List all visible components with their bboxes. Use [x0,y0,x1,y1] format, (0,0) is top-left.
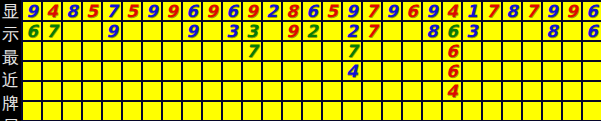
grid-cell: 6 [443,42,461,60]
grid-cell [243,82,261,100]
grid-cell [283,102,301,120]
grid-cell [343,102,361,120]
grid-cell: 9 [343,2,361,20]
board-title-vertical: 显 示 最 近 牌 局 [0,0,21,121]
grid-cell [423,82,441,100]
grid-cell [563,82,581,100]
grid-cell [63,42,81,60]
grid-cell [423,62,441,80]
grid-cell [323,42,341,60]
grid-cell [503,42,521,60]
grid-cell [103,62,121,80]
grid-cell [303,62,321,80]
grid-cell [183,42,201,60]
grid-cell: 9 [103,22,121,40]
grid-cell [263,22,281,40]
grid-cell [383,82,401,100]
grid-cell [383,102,401,120]
grid-cell [83,82,101,100]
grid-cell: 6 [23,22,41,40]
grid-cell [223,102,241,120]
grid-cell [223,62,241,80]
grid-cell [303,102,321,120]
grid-cell [243,102,261,120]
grid-cell [403,62,421,80]
grid-cell [123,42,141,60]
grid-cell [343,82,361,100]
grid-cell [163,102,181,120]
grid-cell: 4 [443,82,461,100]
grid-cell [23,102,41,120]
grid-cell: 7 [523,2,541,20]
grid-cell [483,62,501,80]
grid-cell: 9 [183,22,201,40]
grid-cell [183,102,201,120]
grid-cell [503,82,521,100]
grid-cell [583,102,601,120]
grid-cell [83,102,101,120]
grid-cell [283,42,301,60]
grid-cell: 7 [483,2,501,20]
grid-cell: 7 [243,42,261,60]
grid-cell: 6 [183,2,201,20]
grid-cell: 9 [203,2,221,20]
grid-cell: 7 [363,2,381,20]
grid-cell [483,82,501,100]
grid-cell [443,102,461,120]
grid-cell [183,82,201,100]
grid-cell [263,82,281,100]
grid-cell [563,22,581,40]
grid-cell [543,102,561,120]
grid-cell [143,42,161,60]
grid-cell [563,42,581,60]
grid-cell [283,62,301,80]
title-char: 近 [0,69,21,92]
grid-cell [583,42,601,60]
grid-cell: 5 [123,2,141,20]
grid-cell: 6 [223,2,241,20]
grid-cell: 8 [423,22,441,40]
grid-cell [543,82,561,100]
grid-cell: 7 [103,2,121,20]
grid-cell [503,22,521,40]
grid-cell [403,102,421,120]
grid-cell: 9 [23,2,41,20]
grid-cell [523,102,541,120]
grid-cell [223,42,241,60]
grid-cell [163,42,181,60]
title-char: 最 [0,46,21,69]
grid-cell [83,62,101,80]
grid-cell: 6 [443,22,461,40]
grid-cell: 7 [43,22,61,40]
grid-cell [183,62,201,80]
grid-cell: 6 [403,2,421,20]
grid-cell: 9 [543,2,561,20]
grid-cell [483,22,501,40]
grid-cell [323,62,341,80]
grid-cell [143,22,161,40]
grid-cell [143,102,161,120]
grid-cell [103,82,121,100]
grid-cell [43,42,61,60]
grid-cell: 8 [283,2,301,20]
grid-cell [283,82,301,100]
grid-cell [423,42,441,60]
grid-cell: 6 [303,2,321,20]
grid-cell: 1 [463,2,481,20]
recent-games-board: 显 示 最 近 牌 局 9485759969692865979694178799… [0,0,601,121]
grid-cell [103,102,121,120]
grid-cell [63,22,81,40]
grid-cell: 3 [463,22,481,40]
grid-cell: 8 [543,22,561,40]
grid-cell: 9 [383,2,401,20]
grid-cell [163,22,181,40]
grid-cell: 9 [243,2,261,20]
grid-cell [463,62,481,80]
grid-cell [83,22,101,40]
grid-cell [363,62,381,80]
grid-cell [123,22,141,40]
grid-cell [143,82,161,100]
grid-cell [123,102,141,120]
grid-cell: 5 [83,2,101,20]
grid-cell [143,62,161,80]
grid-cell: 3 [223,22,241,40]
grid-cell [23,42,41,60]
grid-cell [563,102,581,120]
grid-cell [123,82,141,100]
grid-cell: 6 [583,22,601,40]
grid-cell [263,42,281,60]
grid-cell [263,62,281,80]
grid-cell [123,62,141,80]
grid-cell [503,62,521,80]
grid-cell [163,62,181,80]
grid-cell: 2 [343,22,361,40]
title-char: 局 [0,115,21,121]
grid-cell [523,82,541,100]
grid-cell [203,62,221,80]
grid-cell [323,82,341,100]
grid-cell [383,62,401,80]
grid-cell: 9 [423,2,441,20]
grid-cell [523,22,541,40]
grid-cell [303,42,321,60]
grid-cell [63,82,81,100]
grid-cell [323,22,341,40]
grid-cell [383,22,401,40]
grid-cell [263,102,281,120]
grid-cell [203,42,221,60]
grid-cell: 8 [503,2,521,20]
grid-cell [243,62,261,80]
grid-cell: 9 [563,2,581,20]
grid-cell [563,62,581,80]
grid-cell [523,62,541,80]
grid-cell [303,82,321,100]
grid-cell: 4 [43,2,61,20]
grid-cell [323,102,341,120]
grid-cell [403,22,421,40]
title-char: 示 [0,23,21,46]
grid-cell [423,102,441,120]
grid-cell: 8 [63,2,81,20]
grid-cell [103,42,121,60]
grid-cell [403,42,421,60]
grid-cell [383,42,401,60]
grid-cell [43,62,61,80]
grid-cell: 5 [323,2,341,20]
grid-cell [23,62,41,80]
grid-cell [63,62,81,80]
grid-cell: 2 [263,2,281,20]
grid-cell: 7 [363,22,381,40]
grid-cell [523,42,541,60]
results-grid: 9485759969692865979694178799667993392278… [21,0,601,121]
grid-cell [23,82,41,100]
grid-cell: 3 [243,22,261,40]
grid-cell [583,62,601,80]
grid-cell [503,102,521,120]
grid-cell [63,102,81,120]
grid-cell [83,42,101,60]
grid-cell: 6 [443,62,461,80]
grid-cell [363,102,381,120]
grid-cell [43,82,61,100]
grid-cell [463,102,481,120]
grid-cell [163,82,181,100]
title-char: 牌 [0,92,21,115]
title-char: 显 [0,0,21,23]
grid-cell [223,82,241,100]
grid-cell: 7 [343,42,361,60]
grid-cell: 9 [283,22,301,40]
grid-cell: 6 [583,2,601,20]
grid-cell [203,102,221,120]
grid-cell: 4 [343,62,361,80]
grid-cell [543,62,561,80]
grid-cell: 9 [163,2,181,20]
grid-cell: 9 [143,2,161,20]
grid-cell [463,42,481,60]
grid-cell [363,82,381,100]
grid-cell [543,42,561,60]
grid-cell: 4 [443,2,461,20]
grid-cell: 2 [303,22,321,40]
grid-cell [203,22,221,40]
grid-cell [483,102,501,120]
grid-cell [43,102,61,120]
grid-cell [483,42,501,60]
grid-cell [203,82,221,100]
grid-cell [363,42,381,60]
grid-cell [583,82,601,100]
grid-cell [463,82,481,100]
grid-cell [403,82,421,100]
